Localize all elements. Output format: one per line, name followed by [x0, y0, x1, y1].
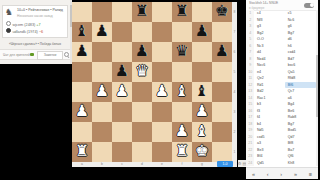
square-g2[interactable]: ♝	[192, 122, 212, 142]
square-e1[interactable]	[152, 142, 172, 162]
result-badge: 1-0	[217, 161, 233, 167]
square-c3[interactable]	[112, 102, 132, 122]
square-a5[interactable]	[72, 62, 92, 82]
square-d3[interactable]	[132, 102, 152, 122]
square-f6[interactable]: ♛	[172, 42, 192, 62]
black-move-24[interactable]: Kh8	[285, 160, 316, 167]
square-f7[interactable]	[172, 22, 192, 42]
file-label-d: d	[132, 162, 152, 167]
black-pawn: ♟	[92, 22, 112, 42]
square-g7[interactable]: ♟	[192, 22, 212, 42]
search-icon[interactable]	[64, 52, 69, 57]
app-window: ♞ 10+0 • Рейтинговая • Рапид Несколько ч…	[0, 0, 320, 180]
go-last-button[interactable]: »	[294, 169, 297, 179]
rank-label-8: 8	[232, 2, 237, 22]
rank-label-3: 3	[232, 102, 237, 122]
board-area: ♜♜♚♝♟♟♟♟♛♟♟♛♟♟♟♝♝♟♟♟♝♜♜♚ 87654321 abcdef…	[72, 2, 237, 167]
square-d2[interactable]	[132, 122, 152, 142]
square-d7[interactable]	[132, 22, 152, 42]
knight-icon: ♞	[5, 7, 13, 17]
black-king: ♚	[212, 2, 232, 22]
black-pawn: ♟	[192, 22, 212, 42]
file-label-f: f	[172, 162, 192, 167]
white-pawn: ♟	[192, 102, 212, 122]
black-pawn: ♟	[112, 62, 132, 82]
rank-label-5: 5	[232, 62, 237, 82]
square-g5[interactable]	[192, 62, 212, 82]
chat-bar: Чат для зрителей Заметки	[0, 49, 70, 60]
move-list: 1c4c52Nf3Nc63g3g64Bg2Bg75O-Od66Nc3h67d4c…	[246, 10, 316, 166]
go-prev-button[interactable]: ‹	[267, 169, 269, 179]
square-b4[interactable]: ♟	[92, 82, 112, 102]
tab-notes[interactable]: Заметки	[37, 51, 63, 60]
square-f3[interactable]	[172, 102, 192, 122]
black-pawn: ♟	[72, 42, 92, 62]
sidebar: ♞ 10+0 • Рейтинговая • Рапид Несколько ч…	[0, 0, 72, 64]
square-e8[interactable]	[152, 2, 172, 22]
square-c7[interactable]	[112, 22, 132, 42]
engine-toggle[interactable]	[304, 3, 314, 8]
white-player-row[interactable]: wjcem (2483) +7	[6, 21, 41, 27]
move-list-scrollbar[interactable]	[316, 10, 318, 166]
chess-board[interactable]: ♜♜♚♝♟♟♟♟♛♟♟♛♟♟♟♝♝♟♟♟♝♜♜♚	[72, 2, 232, 162]
square-e3[interactable]	[152, 102, 172, 122]
square-g4[interactable]: ♝	[192, 82, 212, 102]
square-h6[interactable]: ♟	[212, 42, 232, 62]
black-player-row[interactable]: udlandk (1974) −6	[6, 28, 43, 34]
white-move-24[interactable]: Qd5	[254, 160, 285, 167]
rank-label-7: 7	[232, 22, 237, 42]
game-info-line2: Несколько часов назад	[17, 14, 53, 18]
square-a1[interactable]: ♜	[72, 142, 92, 162]
square-a8[interactable]	[72, 2, 92, 22]
file-label-c: c	[112, 162, 132, 167]
square-g8[interactable]	[192, 2, 212, 22]
go-first-button[interactable]: «	[252, 169, 255, 179]
file-coordinates: abcdefgh	[72, 162, 232, 167]
square-e7[interactable]	[152, 22, 172, 42]
black-pawn: ♟	[132, 42, 152, 62]
game-info-line1: 10+0 • Рейтинговая • Рапид	[17, 8, 63, 12]
square-g3[interactable]: ♟	[192, 102, 212, 122]
black-bishop: ♝	[72, 22, 92, 42]
square-g1[interactable]: ♚	[192, 142, 212, 162]
white-player-name: wjcem (2483)	[13, 23, 36, 27]
black-rook: ♜	[132, 2, 152, 22]
gear-icon[interactable]: ⚙	[238, 160, 242, 167]
square-h1[interactable]	[212, 142, 232, 162]
square-h2[interactable]	[212, 122, 232, 142]
square-d1[interactable]	[132, 142, 152, 162]
square-d6[interactable]: ♟	[132, 42, 152, 62]
white-rook: ♜	[172, 142, 192, 162]
white-pawn: ♟	[172, 122, 192, 142]
square-b8[interactable]	[92, 2, 112, 22]
square-f1[interactable]: ♜	[172, 142, 192, 162]
square-a2[interactable]	[72, 122, 92, 142]
rank-label-6: 6	[232, 42, 237, 62]
black-bishop: ♝	[192, 82, 212, 102]
square-b5[interactable]	[92, 62, 112, 82]
square-h3[interactable]	[212, 102, 232, 122]
white-king: ♚	[192, 142, 212, 162]
square-b7[interactable]: ♟	[92, 22, 112, 42]
square-h5[interactable]	[212, 62, 232, 82]
white-bishop: ♝	[192, 122, 212, 142]
rank-label-1: 1	[232, 142, 237, 162]
square-e4[interactable]: ♟	[152, 82, 172, 102]
square-h4[interactable]	[212, 82, 232, 102]
white-queen: ♛	[132, 62, 152, 82]
black-move-11[interactable]: Rfd8	[285, 75, 316, 82]
square-d8[interactable]: ♜	[132, 2, 152, 22]
playback-controls: «‹›»≡	[246, 167, 318, 179]
white-pawn: ♟	[72, 102, 92, 122]
white-rating-delta: +7	[36, 23, 40, 27]
rank-label-2: 2	[232, 122, 237, 142]
square-b2[interactable]	[92, 122, 112, 142]
square-f4[interactable]: ♝	[172, 82, 192, 102]
square-c2[interactable]	[112, 122, 132, 142]
move-row: 24Qd5Kh8	[246, 160, 316, 167]
white-color-icon	[6, 21, 11, 26]
square-e2[interactable]	[152, 122, 172, 142]
square-d5[interactable]: ♛	[132, 62, 152, 82]
square-f5[interactable]	[172, 62, 192, 82]
white-rook: ♜	[72, 142, 92, 162]
move-number: 24	[246, 160, 254, 167]
square-c5[interactable]: ♟	[112, 62, 132, 82]
square-f8[interactable]: ♜	[172, 2, 192, 22]
file-label-g: g	[192, 162, 212, 167]
black-rook: ♜	[172, 2, 192, 22]
square-c4[interactable]: ♟	[112, 82, 132, 102]
square-h8[interactable]: ♚	[212, 2, 232, 22]
square-e5[interactable]	[152, 62, 172, 82]
white-pawn: ♟	[92, 82, 112, 102]
square-e6[interactable]	[152, 42, 172, 62]
square-a6[interactable]: ♟	[72, 42, 92, 62]
menu-button[interactable]: ≡	[309, 169, 312, 179]
chat-toggle[interactable]	[30, 53, 34, 57]
rank-label-4: 4	[232, 82, 237, 102]
black-player-name: udlandk (1974)	[13, 30, 38, 34]
go-next-button[interactable]: ›	[280, 169, 282, 179]
square-a7[interactable]: ♝	[72, 22, 92, 42]
black-color-icon	[6, 28, 11, 33]
file-label-e: e	[152, 162, 172, 167]
square-c6[interactable]	[112, 42, 132, 62]
black-queen: ♛	[172, 42, 192, 62]
chat-title: Чат для зрителей	[3, 53, 30, 57]
square-h7[interactable]	[212, 22, 232, 42]
white-bishop: ♝	[172, 82, 192, 102]
file-label-a: a	[72, 162, 92, 167]
square-f2[interactable]: ♟	[172, 122, 192, 142]
white-pawn: ♟	[112, 82, 132, 102]
square-b3[interactable]	[92, 102, 112, 122]
game-info-card: ♞ 10+0 • Рейтинговая • Рапид Несколько ч…	[2, 5, 68, 38]
engine-subtitle: в браузере	[249, 6, 264, 10]
rank-coordinates: 87654321	[232, 2, 237, 162]
square-d4[interactable]	[132, 82, 152, 102]
square-a3[interactable]: ♟	[72, 102, 92, 122]
black-pawn: ♟	[212, 42, 232, 62]
white-pawn: ♟	[152, 82, 172, 102]
square-g6[interactable]	[192, 42, 212, 62]
square-c1[interactable]	[112, 142, 132, 162]
file-label-b: b	[92, 162, 112, 167]
square-b1[interactable]	[92, 142, 112, 162]
square-c8[interactable]	[112, 2, 132, 22]
black-rating-delta: −6	[39, 30, 43, 34]
square-a4[interactable]	[72, 82, 92, 102]
game-result-text: «Чёрные сдались» • Победа белых	[0, 42, 70, 46]
engine-name: Stockfish 14+ NNUE	[249, 1, 278, 5]
square-b6[interactable]	[92, 42, 112, 62]
move-panel: Stockfish 14+ NNUE в браузере 1c4c52Nf3N…	[246, 0, 318, 178]
